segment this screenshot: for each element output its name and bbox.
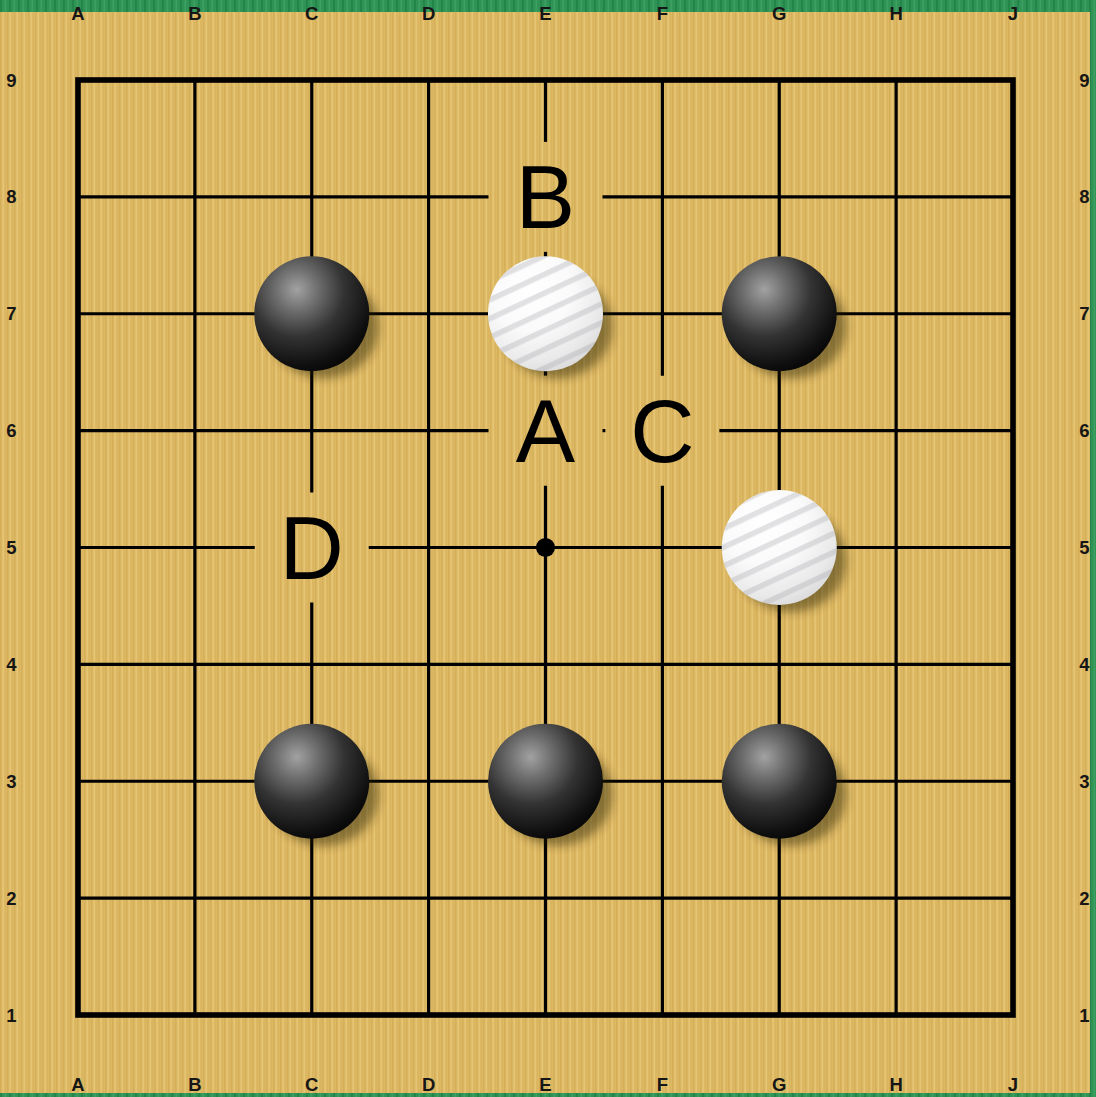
- black-stone-G7: [722, 256, 837, 371]
- coordinate-label-right: 8: [1079, 186, 1089, 207]
- black-stone-E3: [488, 724, 603, 839]
- coordinate-label-top: A: [71, 3, 84, 24]
- move-label-D[interactable]: D: [280, 498, 344, 598]
- go-board: AABBCCDDEEFFGGHHJJ998877665544332211BACD: [0, 0, 1096, 1097]
- go-board-diagram: AABBCCDDEEFFGGHHJJ998877665544332211BACD: [0, 0, 1096, 1097]
- coordinate-label-top: B: [188, 3, 201, 24]
- move-label-A[interactable]: A: [516, 381, 576, 481]
- coordinate-label-bottom: H: [889, 1074, 902, 1095]
- coordinate-label-left: 2: [6, 888, 16, 909]
- coordinate-label-right: 4: [1079, 654, 1090, 675]
- coordinate-label-left: 4: [6, 654, 17, 675]
- coordinate-label-left: 7: [6, 303, 16, 324]
- coordinate-label-top: C: [305, 3, 318, 24]
- white-stone-G5: [722, 490, 837, 605]
- coordinate-label-right: 5: [1079, 537, 1089, 558]
- move-label-B[interactable]: B: [516, 147, 575, 247]
- coordinate-label-bottom: G: [772, 1074, 786, 1095]
- coordinate-label-top: E: [539, 3, 551, 24]
- coordinate-label-right: 7: [1079, 303, 1089, 324]
- coordinate-label-right: 2: [1079, 888, 1089, 909]
- coordinate-label-right: 3: [1079, 771, 1089, 792]
- coordinate-label-top: G: [772, 3, 786, 24]
- coordinate-label-left: 9: [6, 70, 16, 91]
- coordinate-label-top: J: [1008, 3, 1018, 24]
- coordinate-label-right: 9: [1079, 70, 1089, 91]
- coordinate-label-top: D: [422, 3, 435, 24]
- coordinate-label-bottom: J: [1008, 1074, 1018, 1095]
- coordinate-label-left: 6: [6, 420, 16, 441]
- black-stone-C7: [254, 256, 369, 371]
- black-stone: [722, 724, 837, 839]
- hoshi-point: [536, 538, 555, 557]
- black-stone: [254, 256, 369, 371]
- coordinate-label-bottom: D: [422, 1074, 435, 1095]
- black-stone: [254, 724, 369, 839]
- move-label-C[interactable]: C: [630, 381, 694, 481]
- coordinate-label-bottom: B: [188, 1074, 201, 1095]
- coordinate-label-bottom: C: [305, 1074, 318, 1095]
- coordinate-label-right: 6: [1079, 420, 1089, 441]
- coordinate-label-bottom: A: [71, 1074, 84, 1095]
- white-stone-E7: [488, 256, 603, 371]
- black-stone-C3: [254, 724, 369, 839]
- coordinate-label-right: 1: [1079, 1005, 1089, 1026]
- coordinate-label-left: 3: [6, 771, 16, 792]
- black-stone: [722, 256, 837, 371]
- coordinate-label-left: 5: [6, 537, 16, 558]
- coordinate-label-top: H: [889, 3, 902, 24]
- coordinate-label-bottom: F: [657, 1074, 668, 1095]
- coordinate-label-left: 1: [6, 1005, 16, 1026]
- black-stone: [488, 724, 603, 839]
- coordinate-label-top: F: [657, 3, 668, 24]
- shell-texture: [488, 256, 603, 371]
- shell-texture: [722, 490, 837, 605]
- coordinate-label-left: 8: [6, 186, 16, 207]
- coordinate-label-bottom: E: [539, 1074, 551, 1095]
- black-stone-G3: [722, 724, 837, 839]
